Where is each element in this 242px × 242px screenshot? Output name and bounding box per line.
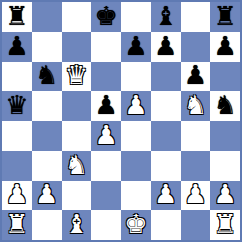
square-f7[interactable]: ♟	[151, 32, 181, 62]
square-b8[interactable]	[32, 2, 62, 32]
square-e1[interactable]: ♚	[121, 210, 151, 240]
square-a7[interactable]: ♟	[2, 32, 32, 62]
square-a6[interactable]	[2, 62, 32, 92]
square-b1[interactable]	[32, 210, 62, 240]
piece-white-bishop: ♝	[65, 211, 88, 237]
square-g3[interactable]	[181, 151, 211, 181]
square-g8[interactable]	[181, 2, 211, 32]
square-g4[interactable]	[181, 121, 211, 151]
piece-white-pawn: ♟	[5, 181, 28, 207]
square-b2[interactable]: ♟	[32, 181, 62, 211]
square-d7[interactable]	[91, 32, 121, 62]
square-g6[interactable]: ♟	[181, 62, 211, 92]
square-c5[interactable]	[62, 91, 92, 121]
square-a2[interactable]: ♟	[2, 181, 32, 211]
square-d1[interactable]	[91, 210, 121, 240]
piece-white-knight: ♞	[65, 152, 88, 178]
square-b7[interactable]	[32, 32, 62, 62]
square-h6[interactable]	[210, 62, 240, 92]
square-a4[interactable]	[2, 121, 32, 151]
piece-white-king: ♚	[124, 211, 147, 237]
piece-black-knight: ♞	[213, 92, 236, 118]
square-c3[interactable]: ♞	[62, 151, 92, 181]
square-h8[interactable]: ♜	[210, 2, 240, 32]
square-b3[interactable]	[32, 151, 62, 181]
square-g1[interactable]	[181, 210, 211, 240]
square-e3[interactable]	[121, 151, 151, 181]
square-c4[interactable]	[62, 121, 92, 151]
piece-black-pawn: ♟	[154, 33, 177, 59]
square-f6[interactable]	[151, 62, 181, 92]
square-e8[interactable]	[121, 2, 151, 32]
piece-white-pawn: ♟	[35, 181, 58, 207]
chess-board: ♜♚♝♜♟♟♟♟♞♛♟♛♟♟♞♞♟♞♟♟♟♟♟♜♝♚♜	[2, 2, 240, 240]
square-d4[interactable]: ♟	[91, 121, 121, 151]
square-b4[interactable]	[32, 121, 62, 151]
piece-white-pawn: ♟	[213, 181, 236, 207]
square-g5[interactable]: ♞	[181, 91, 211, 121]
square-h7[interactable]: ♟	[210, 32, 240, 62]
square-e7[interactable]: ♟	[121, 32, 151, 62]
square-d6[interactable]	[91, 62, 121, 92]
piece-white-queen: ♛	[65, 62, 88, 88]
piece-black-pawn: ♟	[94, 92, 117, 118]
chess-board-frame: ♜♚♝♜♟♟♟♟♞♛♟♛♟♟♞♞♟♞♟♟♟♟♟♜♝♚♜	[0, 0, 242, 242]
piece-black-knight: ♞	[35, 62, 58, 88]
piece-white-pawn: ♟	[184, 181, 207, 207]
piece-white-rook: ♜	[213, 211, 236, 237]
square-h1[interactable]: ♜	[210, 210, 240, 240]
square-c2[interactable]	[62, 181, 92, 211]
piece-black-pawn: ♟	[213, 33, 236, 59]
piece-white-pawn: ♟	[94, 122, 117, 148]
square-c6[interactable]: ♛	[62, 62, 92, 92]
piece-black-rook: ♜	[5, 3, 28, 29]
piece-black-pawn: ♟	[124, 33, 147, 59]
square-e2[interactable]	[121, 181, 151, 211]
square-d5[interactable]: ♟	[91, 91, 121, 121]
piece-black-pawn: ♟	[184, 62, 207, 88]
square-a1[interactable]: ♜	[2, 210, 32, 240]
square-b6[interactable]: ♞	[32, 62, 62, 92]
square-h4[interactable]	[210, 121, 240, 151]
square-c7[interactable]	[62, 32, 92, 62]
square-h5[interactable]: ♞	[210, 91, 240, 121]
square-h2[interactable]: ♟	[210, 181, 240, 211]
square-f2[interactable]: ♟	[151, 181, 181, 211]
square-c1[interactable]: ♝	[62, 210, 92, 240]
square-a8[interactable]: ♜	[2, 2, 32, 32]
square-d2[interactable]	[91, 181, 121, 211]
piece-black-queen: ♛	[5, 92, 28, 118]
square-a5[interactable]: ♛	[2, 91, 32, 121]
square-e6[interactable]	[121, 62, 151, 92]
square-d3[interactable]	[91, 151, 121, 181]
square-g2[interactable]: ♟	[181, 181, 211, 211]
square-b5[interactable]	[32, 91, 62, 121]
piece-black-rook: ♜	[213, 3, 236, 29]
piece-white-pawn: ♟	[124, 92, 147, 118]
square-h3[interactable]	[210, 151, 240, 181]
piece-white-knight: ♞	[184, 92, 207, 118]
square-a3[interactable]	[2, 151, 32, 181]
square-c8[interactable]	[62, 2, 92, 32]
piece-black-king: ♚	[94, 3, 117, 29]
piece-black-pawn: ♟	[5, 33, 28, 59]
square-e4[interactable]	[121, 121, 151, 151]
square-d8[interactable]: ♚	[91, 2, 121, 32]
square-f1[interactable]	[151, 210, 181, 240]
piece-white-rook: ♜	[5, 211, 28, 237]
square-f8[interactable]: ♝	[151, 2, 181, 32]
square-f4[interactable]	[151, 121, 181, 151]
square-f3[interactable]	[151, 151, 181, 181]
square-e5[interactable]: ♟	[121, 91, 151, 121]
square-g7[interactable]	[181, 32, 211, 62]
piece-white-pawn: ♟	[154, 181, 177, 207]
piece-black-bishop: ♝	[154, 3, 177, 29]
square-f5[interactable]	[151, 91, 181, 121]
